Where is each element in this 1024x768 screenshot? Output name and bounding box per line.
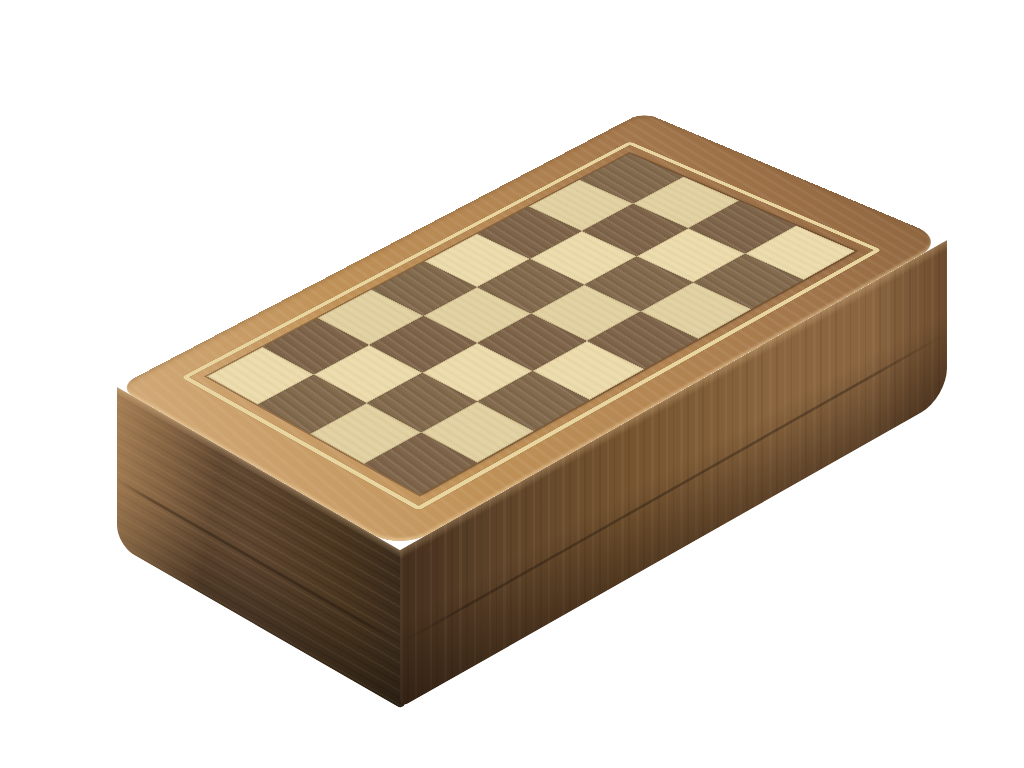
product-photo-canvas [0,0,1024,768]
